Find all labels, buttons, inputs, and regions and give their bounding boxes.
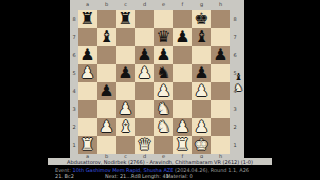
square-d1[interactable]: ♛	[135, 136, 154, 154]
black-pawn: ♟	[135, 45, 154, 64]
coord-label: 2	[70, 118, 78, 136]
square-d6[interactable]: ♟	[135, 46, 154, 64]
white-pawn: ♟	[173, 117, 192, 136]
coord-label: 1	[70, 136, 78, 154]
black-pawn: ♟	[97, 81, 116, 100]
white-pawn: ♟	[78, 63, 97, 82]
black-rook: ♜	[116, 9, 135, 28]
square-c4[interactable]	[116, 82, 135, 100]
coord-label: 2	[231, 118, 239, 136]
square-b2[interactable]: ♟	[97, 118, 116, 136]
square-h8[interactable]	[211, 10, 230, 28]
square-g8[interactable]: ♚	[192, 10, 211, 28]
black-king: ♚	[192, 9, 211, 28]
square-e4[interactable]: ♟	[154, 82, 173, 100]
coord-label: 6	[70, 46, 78, 64]
square-e5[interactable]: ♞	[154, 64, 173, 82]
black-pawn: ♟	[173, 27, 192, 46]
square-f2[interactable]: ♟	[173, 118, 192, 136]
square-h2[interactable]	[211, 118, 230, 136]
square-g3[interactable]	[192, 100, 211, 118]
white-pawn: ♟	[116, 99, 135, 118]
white-pawn: ♟	[135, 63, 154, 82]
file-labels-top: abcdefgh	[78, 2, 230, 7]
square-b5[interactable]	[97, 64, 116, 82]
square-g5[interactable]: ♟	[192, 64, 211, 82]
square-g7[interactable]: ♝	[192, 28, 211, 46]
square-c8[interactable]: ♜	[116, 10, 135, 28]
video-frame: abcdefgh 87654321 87654321 abcdefgh ♜♜♚♝…	[0, 0, 320, 180]
square-a1[interactable]: ♜	[78, 136, 97, 154]
coord-label: 8	[70, 10, 78, 28]
black-bishop: ♝	[192, 27, 211, 46]
square-d4[interactable]	[135, 82, 154, 100]
square-b6[interactable]	[97, 46, 116, 64]
chess-board: ♜♜♚♝♛♟♝♟♟♟♟♟♟♟♞♟♟♟♟♟♞♟♝♞♟♟♜♛♜♚	[78, 10, 230, 154]
square-f1[interactable]: ♜	[173, 136, 192, 154]
white-knight-tray-icon: ♞	[233, 82, 244, 93]
square-d3[interactable]	[135, 100, 154, 118]
coord-label: 4	[70, 82, 78, 100]
move-played: 21. Bc2	[55, 173, 74, 179]
black-queen: ♛	[154, 27, 173, 46]
square-g1[interactable]: ♚	[192, 136, 211, 154]
black-rook: ♜	[78, 9, 97, 28]
square-g6[interactable]	[192, 46, 211, 64]
game-length: Length: 41	[142, 173, 169, 179]
material-balance: Material: 0	[166, 173, 193, 179]
square-f5[interactable]	[173, 64, 192, 82]
white-queen: ♛	[135, 135, 154, 154]
square-c1[interactable]	[116, 136, 135, 154]
rank-labels-left: 87654321	[70, 10, 78, 154]
coord-label: 7	[231, 28, 239, 46]
square-b8[interactable]	[97, 10, 116, 28]
square-h5[interactable]	[211, 64, 230, 82]
coord-label: g	[192, 2, 211, 7]
square-d5[interactable]: ♟	[135, 64, 154, 82]
coord-label: 3	[70, 100, 78, 118]
coord-label: f	[173, 2, 192, 7]
material-tray: ♝ ♞	[233, 71, 244, 93]
coord-label: a	[78, 2, 97, 7]
square-a4[interactable]	[78, 82, 97, 100]
white-pawn: ♟	[154, 81, 173, 100]
coord-label: 3	[231, 100, 239, 118]
square-g2[interactable]: ♟	[192, 118, 211, 136]
black-pawn: ♟	[78, 45, 97, 64]
white-king: ♚	[192, 135, 211, 154]
black-pawn: ♟	[211, 45, 230, 64]
square-c6[interactable]	[116, 46, 135, 64]
square-c7[interactable]	[116, 28, 135, 46]
square-h3[interactable]	[211, 100, 230, 118]
square-a7[interactable]	[78, 28, 97, 46]
white-pawn: ♟	[192, 81, 211, 100]
square-f7[interactable]: ♟	[173, 28, 192, 46]
white-rook: ♜	[173, 135, 192, 154]
square-c3[interactable]: ♟	[116, 100, 135, 118]
square-a2[interactable]	[78, 118, 97, 136]
square-a8[interactable]: ♜	[78, 10, 97, 28]
square-e3[interactable]: ♞	[154, 100, 173, 118]
square-a6[interactable]: ♟	[78, 46, 97, 64]
square-h6[interactable]: ♟	[211, 46, 230, 64]
white-pawn: ♟	[192, 117, 211, 136]
coord-label: b	[97, 2, 116, 7]
square-f3[interactable]	[173, 100, 192, 118]
coord-label: h	[211, 2, 230, 7]
square-c5[interactable]: ♟	[116, 64, 135, 82]
black-knight: ♞	[154, 63, 173, 82]
coord-label: d	[135, 2, 154, 7]
square-d2[interactable]	[135, 118, 154, 136]
square-e1[interactable]	[154, 136, 173, 154]
coord-label: 6	[231, 46, 239, 64]
square-e6[interactable]: ♟	[154, 46, 173, 64]
black-pawn: ♟	[154, 45, 173, 64]
square-c2[interactable]: ♝	[116, 118, 135, 136]
coord-label: c	[116, 2, 135, 7]
square-g4[interactable]: ♟	[192, 82, 211, 100]
white-knight: ♞	[154, 99, 173, 118]
square-b1[interactable]	[97, 136, 116, 154]
white-knight: ♞	[154, 117, 173, 136]
square-h7[interactable]	[211, 28, 230, 46]
white-pawn: ♟	[97, 117, 116, 136]
square-h4[interactable]	[211, 82, 230, 100]
square-b7[interactable]: ♝	[97, 28, 116, 46]
square-d8[interactable]	[135, 10, 154, 28]
black-bishop: ♝	[97, 27, 116, 46]
coord-label: 1	[231, 136, 239, 154]
square-a3[interactable]	[78, 100, 97, 118]
square-f6[interactable]	[173, 46, 192, 64]
square-d7[interactable]	[135, 28, 154, 46]
coord-label: 5	[70, 64, 78, 82]
square-h1[interactable]	[211, 136, 230, 154]
white-rook: ♜	[78, 135, 97, 154]
coord-label: 7	[70, 28, 78, 46]
coord-label: 8	[231, 10, 239, 28]
black-bishop-tray-icon: ♝	[233, 71, 244, 82]
square-b4[interactable]: ♟	[97, 82, 116, 100]
players-caption-bar: Abdusattorov, Nodirbek (2766) - Aravindh…	[48, 158, 272, 165]
coord-label: e	[154, 2, 173, 7]
square-b3[interactable]	[97, 100, 116, 118]
white-bishop: ♝	[116, 117, 135, 136]
square-e8[interactable]	[154, 10, 173, 28]
next-move: Next: 21...Rd8	[105, 173, 141, 179]
black-pawn: ♟	[192, 63, 211, 82]
players-line: Abdusattorov, Nodirbek (2766) - Aravindh…	[67, 159, 253, 165]
square-f4[interactable]	[173, 82, 192, 100]
square-a5[interactable]: ♟	[78, 64, 97, 82]
black-pawn: ♟	[116, 63, 135, 82]
square-f8[interactable]	[173, 10, 192, 28]
square-e2[interactable]: ♞	[154, 118, 173, 136]
square-e7[interactable]: ♛	[154, 28, 173, 46]
